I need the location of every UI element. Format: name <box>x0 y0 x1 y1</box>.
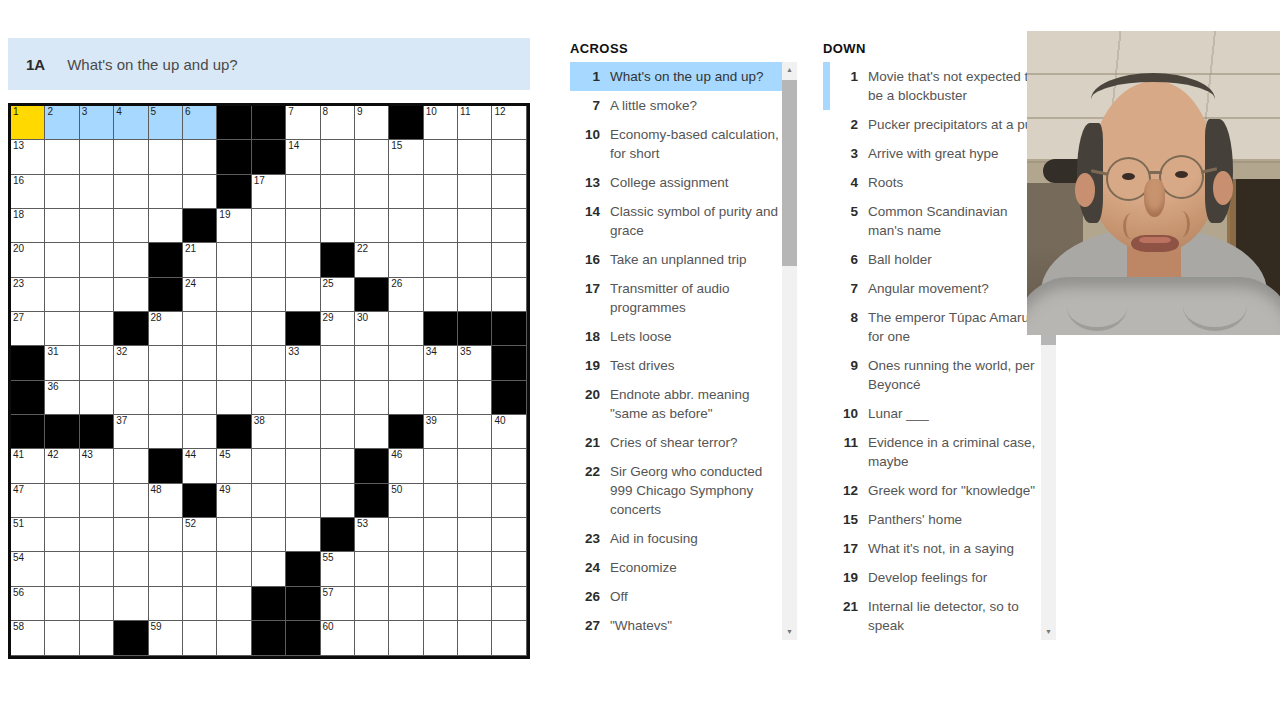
across-clues-panel: ACROSS 1What's on the up and up?7A littl… <box>570 42 782 640</box>
cell-r15c4[interactable] <box>114 587 148 621</box>
cell-r2c15[interactable] <box>492 140 526 174</box>
cell-r12c7[interactable]: 49 <box>217 484 251 518</box>
cell-r7c2[interactable] <box>45 312 79 346</box>
cell-r9c12[interactable] <box>389 381 423 415</box>
cell-number: 57 <box>323 587 334 599</box>
clue-across-7[interactable]: 7A little smoke? <box>570 91 782 120</box>
cell-r10c13[interactable]: 39 <box>424 415 458 449</box>
cell-r16c11[interactable] <box>355 621 389 655</box>
clue-across-24[interactable]: 24Economize <box>570 553 782 582</box>
cell-r1c2[interactable]: 2 <box>45 106 79 140</box>
cell-r16c2[interactable] <box>45 621 79 655</box>
cell-r3c4[interactable] <box>114 175 148 209</box>
cell-number: 51 <box>13 518 24 530</box>
black-cell-r9c15 <box>492 381 526 415</box>
cell-r14c14[interactable] <box>458 552 492 586</box>
cell-r6c1[interactable]: 23 <box>11 278 45 312</box>
cell-number: 56 <box>13 587 24 599</box>
person-eye <box>1175 171 1188 178</box>
clue-text: The emperor Túpac Amaru, for one <box>868 308 1033 346</box>
cell-r4c12[interactable] <box>389 209 423 243</box>
cell-r1c15[interactable]: 12 <box>492 106 526 140</box>
cell-r3c10[interactable] <box>321 175 355 209</box>
cell-r16c1[interactable]: 58 <box>11 621 45 655</box>
cell-r9c9[interactable] <box>286 381 320 415</box>
clue-text: What's on the up and up? <box>610 67 763 86</box>
cell-r8c11[interactable] <box>355 346 389 380</box>
cell-r12c5[interactable]: 48 <box>149 484 183 518</box>
cell-r3c9[interactable] <box>286 175 320 209</box>
clue-text: Cries of shear terror? <box>610 433 738 452</box>
cell-r11c2[interactable]: 42 <box>45 449 79 483</box>
clue-text: Take an unplanned trip <box>610 250 747 269</box>
cell-r3c8[interactable]: 17 <box>252 175 286 209</box>
cell-r8c2[interactable]: 31 <box>45 346 79 380</box>
clue-text: Classic symbol of purity and grace <box>610 202 778 240</box>
cell-number: 2 <box>47 106 53 118</box>
clue-down-11[interactable]: 11Evidence in a criminal case, maybe <box>832 428 1041 476</box>
clue-text: Arrive with great hype <box>868 144 999 163</box>
cell-number: 42 <box>47 449 58 461</box>
cell-r9c2[interactable]: 36 <box>45 381 79 415</box>
clue-down-17[interactable]: 17What it's not, in a saying <box>832 534 1041 563</box>
cell-r16c3[interactable] <box>80 621 114 655</box>
cell-r5c6[interactable]: 21 <box>183 243 217 277</box>
cell-r14c13[interactable] <box>424 552 458 586</box>
cell-r13c9[interactable] <box>286 518 320 552</box>
cell-r5c15[interactable] <box>492 243 526 277</box>
clue-down-9[interactable]: 9Ones running the world, per Beyoncé <box>832 351 1041 399</box>
cell-r4c11[interactable] <box>355 209 389 243</box>
cell-r3c15[interactable] <box>492 175 526 209</box>
cell-r14c1[interactable]: 54 <box>11 552 45 586</box>
clue-text: Endnote abbr. meaning "same as before" <box>610 385 750 423</box>
cell-r11c10[interactable] <box>321 449 355 483</box>
cell-r12c15[interactable] <box>492 484 526 518</box>
cell-r11c3[interactable]: 43 <box>80 449 114 483</box>
cell-r13c14[interactable] <box>458 518 492 552</box>
cell-number: 37 <box>116 415 127 427</box>
black-cell-r1c8 <box>252 106 286 140</box>
cell-r12c9[interactable] <box>286 484 320 518</box>
cell-r2c11[interactable] <box>355 140 389 174</box>
cell-r13c13[interactable] <box>424 518 458 552</box>
cell-r16c13[interactable] <box>424 621 458 655</box>
cell-r16c12[interactable] <box>389 621 423 655</box>
cell-number: 6 <box>185 106 191 118</box>
cell-r14c4[interactable] <box>114 552 148 586</box>
cell-r5c11[interactable]: 22 <box>355 243 389 277</box>
cell-number: 32 <box>116 346 127 358</box>
cell-r15c7[interactable] <box>217 587 251 621</box>
cell-r10c11[interactable] <box>355 415 389 449</box>
cell-r14c7[interactable] <box>217 552 251 586</box>
clue-number: 7 <box>570 96 600 115</box>
cell-r1c10[interactable]: 8 <box>321 106 355 140</box>
cell-r8c8[interactable] <box>252 346 286 380</box>
cell-r13c4[interactable] <box>114 518 148 552</box>
clue-across-21[interactable]: 21Cries of shear terror? <box>570 428 782 457</box>
cell-r16c10[interactable]: 60 <box>321 621 355 655</box>
cell-r15c13[interactable] <box>424 587 458 621</box>
cell-r2c12[interactable]: 15 <box>389 140 423 174</box>
cell-number: 11 <box>460 106 470 118</box>
cell-number: 23 <box>13 278 24 290</box>
cell-r16c6[interactable] <box>183 621 217 655</box>
cell-r3c5[interactable] <box>149 175 183 209</box>
clue-down-8[interactable]: 8The emperor Túpac Amaru, for one <box>832 303 1041 351</box>
cell-r2c2[interactable] <box>45 140 79 174</box>
cell-r8c6[interactable] <box>183 346 217 380</box>
cell-r2c4[interactable] <box>114 140 148 174</box>
cell-r1c5[interactable]: 5 <box>149 106 183 140</box>
cell-r3c14[interactable] <box>458 175 492 209</box>
clue-down-4[interactable]: 4Roots <box>832 168 1041 197</box>
cell-r1c3[interactable]: 3 <box>80 106 114 140</box>
clue-across-23[interactable]: 23Aid in focusing <box>570 524 782 553</box>
cell-r6c10[interactable]: 25 <box>321 278 355 312</box>
cell-r8c12[interactable] <box>389 346 423 380</box>
clue-across-1[interactable]: 1What's on the up and up? <box>570 62 782 91</box>
cell-r15c11[interactable] <box>355 587 389 621</box>
clue-text: Movie that's not expected to be a blockb… <box>868 67 1036 105</box>
cell-r6c14[interactable] <box>458 278 492 312</box>
cell-r1c11[interactable]: 9 <box>355 106 389 140</box>
cell-r5c14[interactable] <box>458 243 492 277</box>
cell-r3c6[interactable] <box>183 175 217 209</box>
cell-r15c15[interactable] <box>492 587 526 621</box>
cell-r10c15[interactable]: 40 <box>492 415 526 449</box>
cell-r8c5[interactable] <box>149 346 183 380</box>
cell-r1c1[interactable]: 1 <box>11 106 45 140</box>
cell-r8c4[interactable]: 32 <box>114 346 148 380</box>
cell-r13c1[interactable]: 51 <box>11 518 45 552</box>
black-cell-r3c7 <box>217 175 251 209</box>
cell-r7c7[interactable] <box>217 312 251 346</box>
cell-r2c13[interactable] <box>424 140 458 174</box>
cell-r6c15[interactable] <box>492 278 526 312</box>
cell-r4c15[interactable] <box>492 209 526 243</box>
cell-r7c6[interactable] <box>183 312 217 346</box>
cell-r7c1[interactable]: 27 <box>11 312 45 346</box>
cell-number: 45 <box>219 449 230 461</box>
cell-r9c4[interactable] <box>114 381 148 415</box>
black-cell-r8c15 <box>492 346 526 380</box>
cell-number: 38 <box>254 415 265 427</box>
cell-r15c1[interactable]: 56 <box>11 587 45 621</box>
cell-r1c9[interactable]: 7 <box>286 106 320 140</box>
clue-down-5[interactable]: 5Common Scandinavian man's name <box>832 197 1041 245</box>
cell-r12c14[interactable] <box>458 484 492 518</box>
cell-r14c8[interactable] <box>252 552 286 586</box>
cell-r13c11[interactable]: 53 <box>355 518 389 552</box>
cell-r4c7[interactable]: 19 <box>217 209 251 243</box>
cell-r5c2[interactable] <box>45 243 79 277</box>
clue-down-15[interactable]: 15Panthers' home <box>832 505 1041 534</box>
cell-r3c11[interactable] <box>355 175 389 209</box>
cell-r7c11[interactable]: 30 <box>355 312 389 346</box>
cell-r8c14[interactable]: 35 <box>458 346 492 380</box>
clue-number: 1 <box>832 67 858 105</box>
clue-down-7[interactable]: 7Angular movement? <box>832 274 1041 303</box>
cell-r9c13[interactable] <box>424 381 458 415</box>
clue-text: Develop feelings for <box>868 568 987 587</box>
cell-r16c5[interactable]: 59 <box>149 621 183 655</box>
cell-r11c13[interactable] <box>424 449 458 483</box>
cell-r6c13[interactable] <box>424 278 458 312</box>
cell-r1c14[interactable]: 11 <box>458 106 492 140</box>
clue-number: 20 <box>570 385 600 423</box>
scroll-down-icon[interactable]: ▼ <box>782 624 797 640</box>
cell-r4c1[interactable]: 18 <box>11 209 45 243</box>
cell-r11c12[interactable]: 46 <box>389 449 423 483</box>
clue-down-10[interactable]: 10Lunar ___ <box>832 399 1041 428</box>
cell-r10c14[interactable] <box>458 415 492 449</box>
cell-r6c7[interactable] <box>217 278 251 312</box>
cell-r9c14[interactable] <box>458 381 492 415</box>
clue-number: 22 <box>570 462 600 519</box>
cell-r4c9[interactable] <box>286 209 320 243</box>
cell-r1c6[interactable]: 6 <box>183 106 217 140</box>
cell-r7c8[interactable] <box>252 312 286 346</box>
cell-r14c3[interactable] <box>80 552 114 586</box>
cell-r2c10[interactable] <box>321 140 355 174</box>
clue-text: Transmitter of audio programmes <box>610 279 730 317</box>
cell-r7c10[interactable]: 29 <box>321 312 355 346</box>
cell-r9c7[interactable] <box>217 381 251 415</box>
cell-r12c4[interactable] <box>114 484 148 518</box>
cell-r8c7[interactable] <box>217 346 251 380</box>
cell-r2c6[interactable] <box>183 140 217 174</box>
cell-number: 58 <box>13 621 24 633</box>
cell-r13c3[interactable] <box>80 518 114 552</box>
cell-r1c13[interactable]: 10 <box>424 106 458 140</box>
clue-down-19[interactable]: 19Develop feelings for <box>832 563 1041 592</box>
cell-r12c12[interactable]: 50 <box>389 484 423 518</box>
clue-text: "Whatevs" <box>610 616 672 635</box>
cell-number: 12 <box>494 106 505 118</box>
cell-r5c9[interactable] <box>286 243 320 277</box>
person-ear <box>1213 171 1233 205</box>
black-cell-r1c12 <box>389 106 423 140</box>
cell-number: 25 <box>323 278 334 290</box>
cell-r4c4[interactable] <box>114 209 148 243</box>
cell-r13c12[interactable] <box>389 518 423 552</box>
clue-down-6[interactable]: 6Ball holder <box>832 245 1041 274</box>
clue-number: 10 <box>570 125 600 163</box>
cell-r4c13[interactable] <box>424 209 458 243</box>
cell-r8c10[interactable] <box>321 346 355 380</box>
clue-down-2[interactable]: 2Pucker precipitators at a pu <box>832 110 1041 139</box>
cell-r14c10[interactable]: 55 <box>321 552 355 586</box>
cell-r11c9[interactable] <box>286 449 320 483</box>
cell-r13c6[interactable]: 52 <box>183 518 217 552</box>
cell-r14c12[interactable] <box>389 552 423 586</box>
cell-r3c2[interactable] <box>45 175 79 209</box>
cell-r2c9[interactable]: 14 <box>286 140 320 174</box>
cell-r11c14[interactable] <box>458 449 492 483</box>
face-fold <box>1123 213 1140 239</box>
clue-across-16[interactable]: 16Take an unplanned trip <box>570 245 782 274</box>
person-nose <box>1144 179 1165 217</box>
clue-across-19[interactable]: 19Test drives <box>570 351 782 380</box>
clue-across-22[interactable]: 22Sir Georg who conducted 999 Chicago Sy… <box>570 457 782 524</box>
across-scrollbar-thumb[interactable] <box>782 80 797 266</box>
cell-r11c4[interactable] <box>114 449 148 483</box>
cell-number: 27 <box>13 312 24 324</box>
cell-r13c2[interactable] <box>45 518 79 552</box>
cell-r10c8[interactable]: 38 <box>252 415 286 449</box>
cell-r15c2[interactable] <box>45 587 79 621</box>
cell-r12c8[interactable] <box>252 484 286 518</box>
cell-r4c10[interactable] <box>321 209 355 243</box>
clue-down-1[interactable]: 1Movie that's not expected to be a block… <box>832 62 1041 110</box>
black-cell-r8c1 <box>11 346 45 380</box>
cell-r2c14[interactable] <box>458 140 492 174</box>
cell-r4c14[interactable] <box>458 209 492 243</box>
cell-r9c5[interactable] <box>149 381 183 415</box>
cell-r7c3[interactable] <box>80 312 114 346</box>
cell-r9c6[interactable] <box>183 381 217 415</box>
cell-r5c4[interactable] <box>114 243 148 277</box>
cell-r4c8[interactable] <box>252 209 286 243</box>
clue-across-13[interactable]: 13College assignment <box>570 168 782 197</box>
cell-r11c7[interactable]: 45 <box>217 449 251 483</box>
cell-r7c5[interactable]: 28 <box>149 312 183 346</box>
black-cell-r13c10 <box>321 518 355 552</box>
cell-r6c9[interactable] <box>286 278 320 312</box>
cell-r6c4[interactable] <box>114 278 148 312</box>
cell-r4c5[interactable] <box>149 209 183 243</box>
current-clue-banner: 1A What's on the up and up? <box>8 38 530 90</box>
cell-r7c12[interactable] <box>389 312 423 346</box>
cell-r5c7[interactable] <box>217 243 251 277</box>
cell-r6c6[interactable]: 24 <box>183 278 217 312</box>
clue-down-21[interactable]: 21Internal lie detector, so to speak <box>832 592 1041 640</box>
cell-r15c10[interactable]: 57 <box>321 587 355 621</box>
black-cell-r6c5 <box>149 278 183 312</box>
cell-r9c3[interactable] <box>80 381 114 415</box>
cell-number: 41 <box>13 449 24 461</box>
cell-number: 34 <box>426 346 437 358</box>
cell-r6c2[interactable] <box>45 278 79 312</box>
cell-r3c1[interactable]: 16 <box>11 175 45 209</box>
cell-r16c7[interactable] <box>217 621 251 655</box>
cell-r8c13[interactable]: 34 <box>424 346 458 380</box>
cell-r4c2[interactable] <box>45 209 79 243</box>
cell-r9c10[interactable] <box>321 381 355 415</box>
clue-text: Panthers' home <box>868 510 962 529</box>
clue-across-27[interactable]: 27"Whatevs" <box>570 611 782 640</box>
cell-r9c8[interactable] <box>252 381 286 415</box>
scroll-down-icon[interactable]: ▼ <box>1041 624 1056 640</box>
cell-r5c8[interactable] <box>252 243 286 277</box>
cell-r10c10[interactable] <box>321 415 355 449</box>
cell-number: 20 <box>13 243 24 255</box>
cell-r13c5[interactable] <box>149 518 183 552</box>
cell-r14c11[interactable] <box>355 552 389 586</box>
cell-r11c8[interactable] <box>252 449 286 483</box>
clue-across-17[interactable]: 17Transmitter of audio programmes <box>570 274 782 322</box>
cell-r10c9[interactable] <box>286 415 320 449</box>
cell-r15c14[interactable] <box>458 587 492 621</box>
cell-r6c12[interactable]: 26 <box>389 278 423 312</box>
cell-r8c3[interactable] <box>80 346 114 380</box>
cell-r8c9[interactable]: 33 <box>286 346 320 380</box>
cell-r14c2[interactable] <box>45 552 79 586</box>
scroll-up-icon[interactable]: ▲ <box>782 62 797 78</box>
cell-r11c1[interactable]: 41 <box>11 449 45 483</box>
cell-r13c15[interactable] <box>492 518 526 552</box>
cell-r10c4[interactable]: 37 <box>114 415 148 449</box>
cell-r12c10[interactable] <box>321 484 355 518</box>
cell-r16c15[interactable] <box>492 621 526 655</box>
cell-r13c7[interactable] <box>217 518 251 552</box>
cell-r10c6[interactable] <box>183 415 217 449</box>
cell-r12c2[interactable] <box>45 484 79 518</box>
cell-r12c3[interactable] <box>80 484 114 518</box>
clue-across-20[interactable]: 20Endnote abbr. meaning "same as before" <box>570 380 782 428</box>
cell-r12c1[interactable]: 47 <box>11 484 45 518</box>
clue-across-18[interactable]: 18Lets loose <box>570 322 782 351</box>
webcam-video <box>1027 31 1280 335</box>
clue-across-14[interactable]: 14Classic symbol of purity and grace <box>570 197 782 245</box>
cell-r4c3[interactable] <box>80 209 114 243</box>
cell-r2c1[interactable]: 13 <box>11 140 45 174</box>
cell-number: 43 <box>82 449 93 461</box>
black-cell-r12c11 <box>355 484 389 518</box>
cell-r10c5[interactable] <box>149 415 183 449</box>
cell-r14c6[interactable] <box>183 552 217 586</box>
cell-r14c15[interactable] <box>492 552 526 586</box>
clue-text: Economize <box>610 558 677 577</box>
cell-r3c12[interactable] <box>389 175 423 209</box>
cell-r15c12[interactable] <box>389 587 423 621</box>
black-cell-r7c13 <box>424 312 458 346</box>
across-header: ACROSS <box>570 42 782 56</box>
cell-r14c5[interactable] <box>149 552 183 586</box>
cell-r3c3[interactable] <box>80 175 114 209</box>
cell-r3c13[interactable] <box>424 175 458 209</box>
clue-down-3[interactable]: 3Arrive with great hype <box>832 139 1041 168</box>
cell-r13c8[interactable] <box>252 518 286 552</box>
across-scrollbar[interactable]: ▲ ▼ <box>782 62 797 640</box>
cell-r6c8[interactable] <box>252 278 286 312</box>
clue-number: 18 <box>570 327 600 346</box>
cell-r11c6[interactable]: 44 <box>183 449 217 483</box>
cell-r11c15[interactable] <box>492 449 526 483</box>
cell-r12c13[interactable] <box>424 484 458 518</box>
cell-r15c3[interactable] <box>80 587 114 621</box>
clue-down-12[interactable]: 12Greek word for "knowledge" <box>832 476 1041 505</box>
cell-r2c3[interactable] <box>80 140 114 174</box>
cell-r2c5[interactable] <box>149 140 183 174</box>
clue-text: Ball holder <box>868 250 932 269</box>
cell-r6c3[interactable] <box>80 278 114 312</box>
hoodie-fold <box>1067 283 1127 331</box>
cell-r15c6[interactable] <box>183 587 217 621</box>
cell-r9c11[interactable] <box>355 381 389 415</box>
cell-r5c1[interactable]: 20 <box>11 243 45 277</box>
cell-r16c14[interactable] <box>458 621 492 655</box>
cell-r5c12[interactable] <box>389 243 423 277</box>
cell-r5c3[interactable] <box>80 243 114 277</box>
cell-r5c13[interactable] <box>424 243 458 277</box>
clue-across-26[interactable]: 26Off <box>570 582 782 611</box>
clue-across-10[interactable]: 10Economy-based calculation, for short <box>570 120 782 168</box>
cell-r15c5[interactable] <box>149 587 183 621</box>
cell-r1c4[interactable]: 4 <box>114 106 148 140</box>
